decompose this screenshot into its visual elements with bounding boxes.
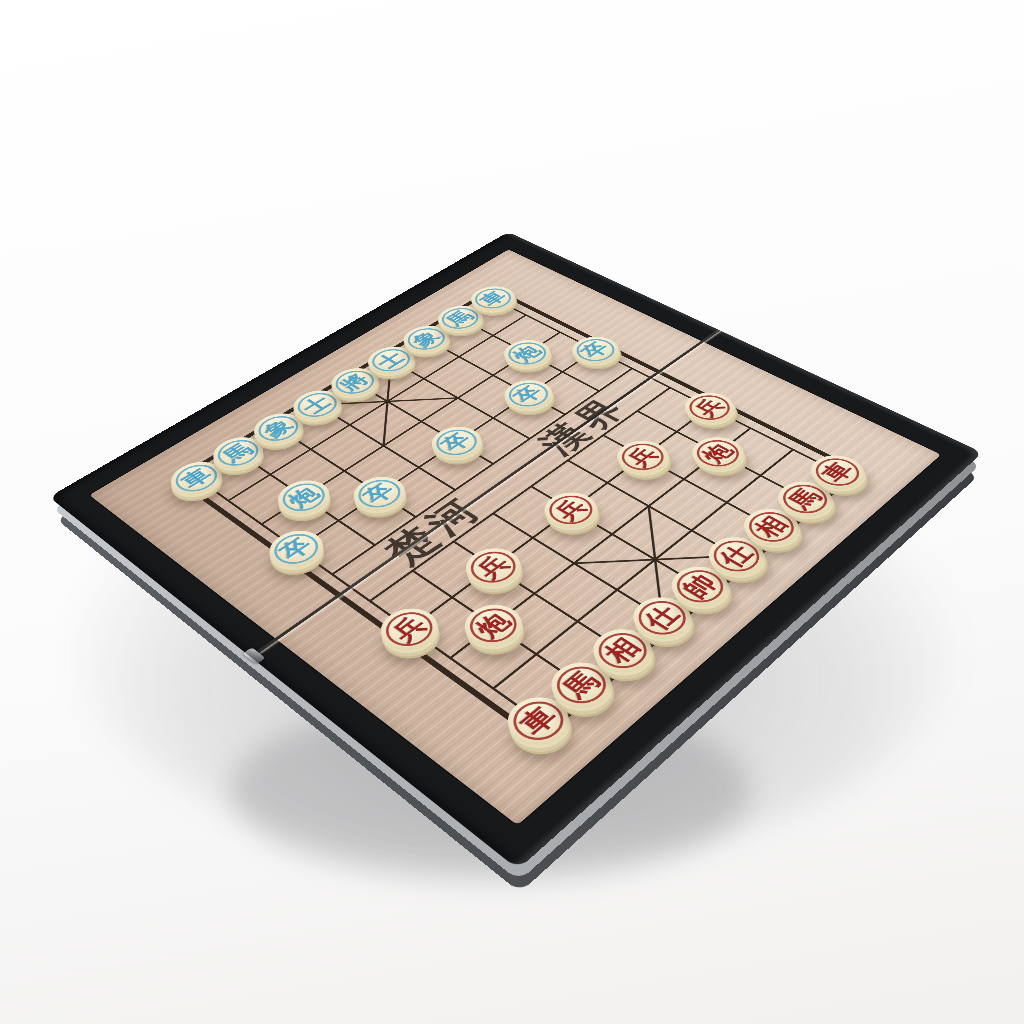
piece-red-soldier[interactable]: 兵 — [455, 541, 532, 594]
piece-glyph: 炮 — [453, 597, 534, 655]
piece-blue-soldier[interactable]: 卒 — [495, 374, 563, 415]
point-f2-r6: 兵 — [453, 540, 534, 596]
piece-glyph: 炮 — [495, 335, 560, 373]
piece-red-soldier[interactable]: 兵 — [534, 486, 608, 535]
piece-red-cannon[interactable]: 炮 — [682, 431, 754, 476]
piece-glyph: 炮 — [682, 431, 754, 476]
point-f6-r3: 卒 — [493, 374, 564, 417]
piece-glyph: 兵 — [534, 486, 608, 535]
piece-blue-soldier[interactable]: 卒 — [422, 421, 492, 465]
piece-glyph: 兵 — [607, 434, 679, 479]
point-f6-r6: 兵 — [605, 433, 680, 481]
piece-red-soldier[interactable]: 兵 — [607, 434, 679, 479]
point-f4-r6: 兵 — [532, 485, 610, 536]
point-f1-r2: 炮 — [266, 473, 342, 523]
point-f7-r7: 炮 — [680, 430, 755, 477]
piece-glyph: 卒 — [422, 421, 492, 465]
point-f2-r3: 卒 — [342, 469, 418, 519]
piece-blue-cannon[interactable]: 炮 — [495, 335, 560, 373]
point-f4-r3: 卒 — [420, 420, 493, 466]
piece-blue-soldier[interactable]: 卒 — [343, 470, 415, 517]
piece-blue-cannon[interactable]: 炮 — [268, 474, 340, 522]
piece-red-cannon[interactable]: 炮 — [453, 597, 534, 655]
point-f7-r2: 炮 — [493, 334, 561, 374]
piece-glyph: 炮 — [268, 474, 340, 522]
piece-glyph: 卒 — [343, 470, 415, 517]
point-f1-r7: 炮 — [451, 595, 535, 656]
piece-glyph: 卒 — [495, 374, 563, 415]
piece-glyph: 兵 — [455, 541, 532, 594]
